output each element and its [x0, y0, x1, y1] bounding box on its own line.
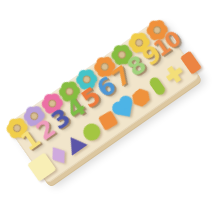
shape-piece-hexagon [129, 85, 154, 109]
shape-piece-cross [162, 63, 186, 87]
hexagon-shape-icon [129, 85, 154, 110]
capsule-shape-icon [148, 75, 167, 96]
shape-piece-heart [116, 100, 134, 118]
heart-shape-icon [117, 102, 132, 117]
puzzle-board: 12345678910 [6, 18, 200, 184]
shape-piece-capsule [148, 75, 167, 96]
cross-shape-icon [162, 63, 186, 87]
toy-board-photo: 12345678910 [0, 0, 220, 220]
